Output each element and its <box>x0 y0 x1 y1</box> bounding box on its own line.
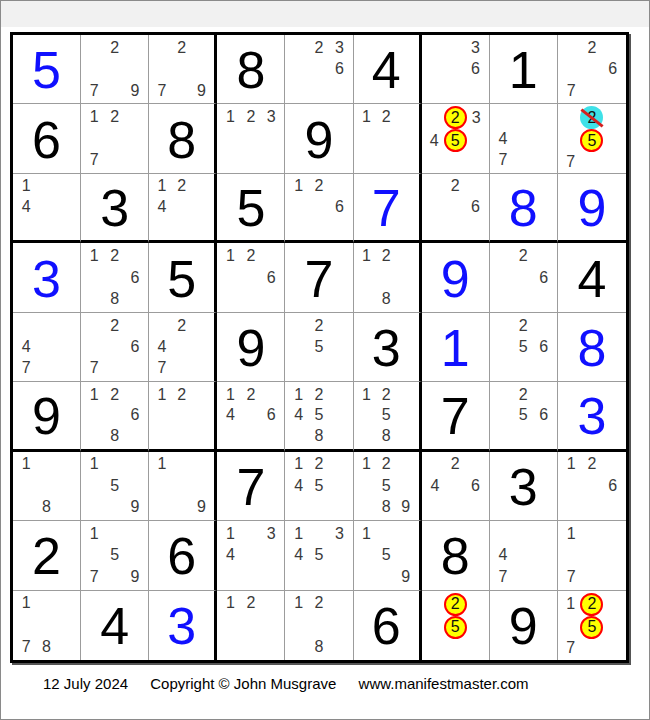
solved-digit: 3 <box>577 388 606 442</box>
candidate-digit: 4 <box>430 132 439 150</box>
sudoku-board: 5279279823643612676127812391223454725714… <box>10 32 629 663</box>
candidate-grid: 126 <box>220 245 281 309</box>
cell-r1c1[interactable]: 5 <box>13 35 81 104</box>
cell-r7c9[interactable]: 126 <box>558 452 626 521</box>
candidate-digit: 2 <box>110 247 119 265</box>
candidate-grid: 14 <box>16 176 77 238</box>
candidate-grid: 128 <box>288 593 349 658</box>
footer-copyright: Copyright © John Musgrave <box>150 675 336 692</box>
cell-r7c1[interactable]: 18 <box>13 452 81 521</box>
cell-r7c7[interactable]: 246 <box>422 452 490 521</box>
candidate-digit: 1 <box>294 386 303 404</box>
given-digit: 5 <box>167 251 196 305</box>
candidate-digit: 8 <box>42 638 51 656</box>
cell-r3c2[interactable]: 3 <box>81 174 149 243</box>
cell-r8c5[interactable]: 1345 <box>285 521 353 590</box>
candidate-digit: 7 <box>90 568 99 586</box>
candidate-grid: 26 <box>425 176 486 238</box>
given-digit: 9 <box>32 388 61 442</box>
candidate-digit: 2 <box>315 317 324 335</box>
candidate-digit: 2 <box>110 317 119 335</box>
given-digit: 7 <box>236 459 265 513</box>
footer-date: 12 July 2024 <box>43 675 128 692</box>
given-digit: 2 <box>32 528 61 582</box>
given-digit: 3 <box>100 180 129 234</box>
cell-r6c5[interactable]: 12458 <box>285 382 353 451</box>
candidate-grid: 126 <box>561 454 623 518</box>
solved-digit: 3 <box>32 251 61 305</box>
candidate-digit: 7 <box>90 359 99 377</box>
candidate-digit: 3 <box>335 525 344 543</box>
candidate-grid: 1345 <box>288 523 349 587</box>
cell-r1c6[interactable]: 4 <box>354 35 422 104</box>
candidate-digit: 6 <box>471 60 480 78</box>
candidate-digit: 1 <box>567 455 576 473</box>
candidate-digit: 1 <box>362 386 371 404</box>
candidate-digit: 7 <box>90 82 99 100</box>
candidate-digit: 1 <box>226 108 235 126</box>
candidate-digit: 2 <box>110 386 119 404</box>
cell-r2c4[interactable]: 123 <box>217 104 285 173</box>
candidate-digit: 3 <box>335 39 344 57</box>
candidate-digit: 5 <box>382 406 391 424</box>
cell-r2c9[interactable]: 257 <box>558 104 626 173</box>
candidate-digit: 1 <box>226 594 235 612</box>
candidate-digit: 2 <box>315 39 324 57</box>
candidate-digit: 3 <box>267 108 276 126</box>
cell-r5c1[interactable]: 47 <box>13 313 81 382</box>
candidate-grid: 1245 <box>288 454 349 518</box>
page: 5279279823643612676127812391223454725714… <box>0 0 650 720</box>
candidate-digit: 7 <box>90 151 99 169</box>
cell-r4c3[interactable]: 5 <box>149 243 217 312</box>
candidate-digit: 2 <box>382 455 391 473</box>
solved-digit: 8 <box>509 180 538 234</box>
cell-r5c2[interactable]: 267 <box>81 313 149 382</box>
candidate-digit: 1 <box>90 455 99 473</box>
candidate-grid: 1258 <box>357 384 416 446</box>
candidate-digit: 3 <box>471 39 480 57</box>
cell-r6c6[interactable]: 1258 <box>354 382 422 451</box>
candidate-digit: 2 <box>246 386 255 404</box>
cell-r2c8[interactable]: 47 <box>490 104 558 173</box>
cell-r6c8[interactable]: 256 <box>490 382 558 451</box>
cell-r9c8[interactable]: 9 <box>490 591 558 660</box>
candidate-highlight-cyan-eliminated: 2 <box>580 106 603 129</box>
cell-r3c3[interactable]: 124 <box>149 174 217 243</box>
given-digit: 7 <box>305 251 334 305</box>
candidate-digit: 8 <box>382 290 391 308</box>
candidate-digit: 2 <box>315 455 324 473</box>
candidate-digit: 4 <box>22 338 31 356</box>
cell-r5c7[interactable]: 1 <box>422 313 490 382</box>
candidate-digit: 1 <box>294 455 303 473</box>
candidate-grid: 47 <box>16 315 77 379</box>
given-digit: 8 <box>236 42 265 96</box>
candidate-digit: 4 <box>226 406 235 424</box>
candidate-digit: 4 <box>498 130 507 148</box>
candidate-digit: 4 <box>226 546 235 564</box>
candidate-grid: 257 <box>561 106 623 170</box>
candidate-grid: 127 <box>84 106 145 170</box>
cell-r4c8[interactable]: 26 <box>490 243 558 312</box>
candidate-digit: 8 <box>382 498 391 516</box>
candidate-digit: 2 <box>177 386 186 404</box>
candidate-digit: 9 <box>197 498 206 516</box>
cell-r3c4[interactable]: 5 <box>217 174 285 243</box>
candidate-digit: 5 <box>315 546 324 564</box>
candidate-grid: 12 <box>220 593 281 658</box>
candidate-highlight-yellow: 2 <box>580 593 603 616</box>
candidate-highlight-yellow: 5 <box>444 129 467 152</box>
candidate-digit: 5 <box>519 338 528 356</box>
candidate-digit: 6 <box>539 269 548 287</box>
cell-r8c6[interactable]: 159 <box>354 521 422 590</box>
candidate-digit: 4 <box>22 198 31 216</box>
candidate-grid: 159 <box>357 523 416 587</box>
candidate-digit: 9 <box>197 82 206 100</box>
candidate-grid: 19 <box>152 454 211 518</box>
candidate-digit: 1 <box>294 594 303 612</box>
candidate-grid: 36 <box>425 37 486 101</box>
candidate-grid: 124 <box>152 176 211 238</box>
cell-r1c4[interactable]: 8 <box>217 35 285 104</box>
candidate-grid: 279 <box>152 37 211 101</box>
cell-r5c9[interactable]: 8 <box>558 313 626 382</box>
candidate-digit: 1 <box>22 177 31 195</box>
candidate-digit: 2 <box>451 177 460 195</box>
candidate-digit: 1 <box>90 386 99 404</box>
candidate-digit: 1 <box>226 386 235 404</box>
candidate-digit: 7 <box>22 359 31 377</box>
candidate-digit: 2 <box>177 317 186 335</box>
candidate-grid: 128 <box>357 245 416 309</box>
candidate-digit: 8 <box>110 427 119 445</box>
candidate-digit: 4 <box>294 546 303 564</box>
candidate-grid: 246 <box>425 454 486 518</box>
given-digit: 9 <box>236 320 265 374</box>
candidate-grid: 17 <box>561 523 623 587</box>
top-strip <box>1 1 649 27</box>
candidate-digit: 8 <box>315 427 324 445</box>
cell-r6c4[interactable]: 1246 <box>217 382 285 451</box>
candidate-highlight-yellow: 2 <box>444 106 467 129</box>
candidate-highlight-yellow: 5 <box>444 616 467 639</box>
candidate-digit: 2 <box>315 177 324 195</box>
cell-r4c5[interactable]: 7 <box>285 243 353 312</box>
candidate-grid: 2345 <box>425 106 486 170</box>
candidate-highlight-yellow: 2 <box>444 593 467 616</box>
candidate-grid: 1579 <box>84 523 145 587</box>
candidate-digit: 9 <box>401 568 410 586</box>
solved-digit: 3 <box>167 598 196 652</box>
candidate-digit: 2 <box>110 108 119 126</box>
cell-r7c8[interactable]: 3 <box>490 452 558 521</box>
candidate-digit: 2 <box>587 455 596 473</box>
candidate-digit: 1 <box>90 108 99 126</box>
candidate-digit: 1 <box>22 455 31 473</box>
candidate-digit: 3 <box>267 525 276 543</box>
cell-r1c8[interactable]: 1 <box>490 35 558 104</box>
cell-r2c7[interactable]: 2345 <box>422 104 490 173</box>
candidate-digit: 9 <box>131 82 140 100</box>
candidate-digit: 5 <box>110 546 119 564</box>
cell-r8c8[interactable]: 47 <box>490 521 558 590</box>
cell-r5c3[interactable]: 247 <box>149 313 217 382</box>
candidate-digit: 1 <box>158 386 167 404</box>
cell-r5c4[interactable]: 9 <box>217 313 285 382</box>
candidate-grid: 47 <box>493 523 554 587</box>
cell-r1c9[interactable]: 267 <box>558 35 626 104</box>
candidate-grid: 26 <box>493 245 554 309</box>
candidate-digit: 1 <box>90 525 99 543</box>
candidate-digit: 2 <box>519 317 528 335</box>
candidate-grid: 18 <box>16 454 77 518</box>
candidate-digit: 1 <box>567 525 576 543</box>
candidate-digit: 5 <box>382 477 391 495</box>
cell-r9c9[interactable]: 1257 <box>558 591 626 660</box>
candidate-digit: 1 <box>158 455 167 473</box>
candidate-digit: 2 <box>315 386 324 404</box>
cell-r7c4[interactable]: 7 <box>217 452 285 521</box>
footer-url[interactable]: www.manifestmaster.com <box>359 675 529 692</box>
cell-r9c4[interactable]: 12 <box>217 591 285 660</box>
candidate-digit: 2 <box>382 247 391 265</box>
candidate-digit: 7 <box>498 151 507 169</box>
cell-r2c5[interactable]: 9 <box>285 104 353 173</box>
cell-r9c3[interactable]: 3 <box>149 591 217 660</box>
candidate-digit: 2 <box>451 455 460 473</box>
given-digit: 4 <box>372 42 401 96</box>
candidate-grid: 256 <box>493 384 554 446</box>
candidate-digit: 7 <box>22 638 31 656</box>
cell-r2c6[interactable]: 12 <box>354 104 422 173</box>
cell-r5c5[interactable]: 25 <box>285 313 353 382</box>
candidate-grid: 25 <box>425 593 486 658</box>
candidate-digit: 2 <box>246 594 255 612</box>
solved-digit: 9 <box>577 180 606 234</box>
candidate-digit: 1 <box>90 247 99 265</box>
candidate-digit: 4 <box>294 406 303 424</box>
given-digit: 1 <box>509 42 538 96</box>
candidate-highlight-yellow: 5 <box>580 129 603 152</box>
candidate-grid: 12 <box>357 106 416 170</box>
cell-r8c4[interactable]: 134 <box>217 521 285 590</box>
candidate-grid: 25 <box>288 315 349 379</box>
cell-r2c2[interactable]: 127 <box>81 104 149 173</box>
candidate-digit: 6 <box>471 198 480 216</box>
given-digit: 3 <box>509 459 538 513</box>
candidate-digit: 3 <box>472 109 481 127</box>
cell-r9c1[interactable]: 178 <box>13 591 81 660</box>
candidate-digit: 5 <box>382 546 391 564</box>
given-digit: 5 <box>236 180 265 234</box>
candidate-digit: 7 <box>567 82 576 100</box>
candidate-digit: 2 <box>587 39 596 57</box>
candidate-digit: 6 <box>131 269 140 287</box>
cell-r2c3[interactable]: 8 <box>149 104 217 173</box>
candidate-grid: 267 <box>561 37 623 101</box>
candidate-grid: 12458 <box>288 384 349 446</box>
given-digit: 6 <box>372 598 401 652</box>
cell-r9c6[interactable]: 6 <box>354 591 422 660</box>
cell-r1c3[interactable]: 279 <box>149 35 217 104</box>
solved-digit: 9 <box>441 251 470 305</box>
candidate-digit: 4 <box>430 477 439 495</box>
candidate-grid: 256 <box>493 315 554 379</box>
candidate-grid: 1268 <box>84 384 145 446</box>
cell-r1c5[interactable]: 236 <box>285 35 353 104</box>
candidate-digit: 6 <box>131 338 140 356</box>
candidate-digit: 4 <box>158 198 167 216</box>
candidate-grid: 1257 <box>561 593 623 658</box>
candidate-digit: 2 <box>315 594 324 612</box>
cell-r3c8[interactable]: 8 <box>490 174 558 243</box>
candidate-digit: 2 <box>177 177 186 195</box>
cell-r3c5[interactable]: 126 <box>285 174 353 243</box>
candidate-digit: 6 <box>471 477 480 495</box>
candidate-digit: 1 <box>226 247 235 265</box>
cell-r9c5[interactable]: 128 <box>285 591 353 660</box>
candidate-digit: 5 <box>315 338 324 356</box>
solved-digit: 7 <box>372 180 401 234</box>
cell-r8c3[interactable]: 6 <box>149 521 217 590</box>
candidate-digit: 1 <box>22 594 31 612</box>
cell-r3c6[interactable]: 7 <box>354 174 422 243</box>
cell-r4c1[interactable]: 3 <box>13 243 81 312</box>
candidate-digit: 6 <box>267 269 276 287</box>
candidate-digit: 2 <box>382 108 391 126</box>
cell-r7c3[interactable]: 19 <box>149 452 217 521</box>
given-digit: 4 <box>100 598 129 652</box>
cell-r7c2[interactable]: 159 <box>81 452 149 521</box>
candidate-grid: 123 <box>220 106 281 170</box>
candidate-digit: 2 <box>519 247 528 265</box>
candidate-digit: 1 <box>294 177 303 195</box>
solved-digit: 1 <box>441 320 470 374</box>
candidate-digit: 1 <box>362 108 371 126</box>
cell-r7c5[interactable]: 1245 <box>285 452 353 521</box>
footer: 12 July 2024 Copyright © John Musgrave w… <box>43 675 547 692</box>
candidate-grid: 159 <box>84 454 145 518</box>
candidate-digit: 6 <box>131 406 140 424</box>
candidate-digit: 8 <box>110 290 119 308</box>
candidate-digit: 8 <box>315 638 324 656</box>
candidate-digit: 7 <box>566 639 575 657</box>
cell-r4c6[interactable]: 128 <box>354 243 422 312</box>
cell-r8c7[interactable]: 8 <box>422 521 490 590</box>
candidate-digit: 1 <box>226 525 235 543</box>
cell-r6c1[interactable]: 9 <box>13 382 81 451</box>
candidate-grid: 12 <box>152 384 211 446</box>
cell-r6c3[interactable]: 12 <box>149 382 217 451</box>
given-digit: 9 <box>305 112 334 166</box>
candidate-digit: 6 <box>335 198 344 216</box>
cell-r3c9[interactable]: 9 <box>558 174 626 243</box>
candidate-digit: 1 <box>566 595 575 613</box>
candidate-digit: 9 <box>401 498 410 516</box>
candidate-grid: 126 <box>288 176 349 238</box>
cell-r6c7[interactable]: 7 <box>422 382 490 451</box>
candidate-digit: 7 <box>566 153 575 171</box>
candidate-digit: 8 <box>382 427 391 445</box>
solved-digit: 8 <box>577 320 606 374</box>
candidate-digit: 7 <box>158 359 167 377</box>
cell-r4c7[interactable]: 9 <box>422 243 490 312</box>
candidate-digit: 9 <box>131 568 140 586</box>
candidate-digit: 1 <box>362 455 371 473</box>
cell-r4c9[interactable]: 4 <box>558 243 626 312</box>
given-digit: 6 <box>32 112 61 166</box>
cell-r2c1[interactable]: 6 <box>13 104 81 173</box>
candidate-highlight-yellow: 5 <box>580 616 603 639</box>
cell-r8c2[interactable]: 1579 <box>81 521 149 590</box>
candidate-grid: 134 <box>220 523 281 587</box>
candidate-digit: 7 <box>567 568 576 586</box>
candidate-digit: 4 <box>158 338 167 356</box>
candidate-digit: 5 <box>519 406 528 424</box>
candidate-digit: 1 <box>158 177 167 195</box>
candidate-digit: 4 <box>498 546 507 564</box>
candidate-digit: 5 <box>315 406 324 424</box>
candidate-digit: 6 <box>608 60 617 78</box>
candidate-digit: 8 <box>42 498 51 516</box>
cell-r4c2[interactable]: 1268 <box>81 243 149 312</box>
given-digit: 8 <box>441 528 470 582</box>
candidate-digit: 2 <box>519 386 528 404</box>
given-digit: 6 <box>167 528 196 582</box>
candidate-digit: 2 <box>382 386 391 404</box>
cell-r3c1[interactable]: 14 <box>13 174 81 243</box>
cell-r3c7[interactable]: 26 <box>422 174 490 243</box>
candidate-digit: 2 <box>246 247 255 265</box>
candidate-digit: 6 <box>539 338 548 356</box>
candidate-grid: 247 <box>152 315 211 379</box>
candidate-digit: 5 <box>315 477 324 495</box>
given-digit: 3 <box>372 320 401 374</box>
cell-r1c2[interactable]: 279 <box>81 35 149 104</box>
candidate-digit: 1 <box>294 525 303 543</box>
candidate-digit: 6 <box>335 60 344 78</box>
candidate-grid: 236 <box>288 37 349 101</box>
candidate-digit: 5 <box>110 477 119 495</box>
candidate-digit: 2 <box>110 39 119 57</box>
candidate-digit: 4 <box>294 477 303 495</box>
cell-r4c4[interactable]: 126 <box>217 243 285 312</box>
cell-r5c6[interactable]: 3 <box>354 313 422 382</box>
cell-r8c9[interactable]: 17 <box>558 521 626 590</box>
candidate-grid: 1246 <box>220 384 281 446</box>
cell-r5c8[interactable]: 256 <box>490 313 558 382</box>
cell-r1c7[interactable]: 36 <box>422 35 490 104</box>
candidate-digit: 6 <box>608 477 617 495</box>
candidate-digit: 9 <box>131 498 140 516</box>
candidate-digit: 6 <box>267 406 276 424</box>
candidate-digit: 7 <box>158 82 167 100</box>
cell-r6c2[interactable]: 1268 <box>81 382 149 451</box>
cell-r8c1[interactable]: 2 <box>13 521 81 590</box>
given-digit: 7 <box>441 388 470 442</box>
cell-r9c2[interactable]: 4 <box>81 591 149 660</box>
candidate-digit: 7 <box>498 568 507 586</box>
cell-r9c7[interactable]: 25 <box>422 591 490 660</box>
candidate-grid: 267 <box>84 315 145 379</box>
cell-r7c6[interactable]: 12589 <box>354 452 422 521</box>
candidate-digit: 6 <box>539 406 548 424</box>
cell-r6c9[interactable]: 3 <box>558 382 626 451</box>
candidate-grid: 47 <box>493 106 554 170</box>
candidate-digit: 1 <box>362 247 371 265</box>
